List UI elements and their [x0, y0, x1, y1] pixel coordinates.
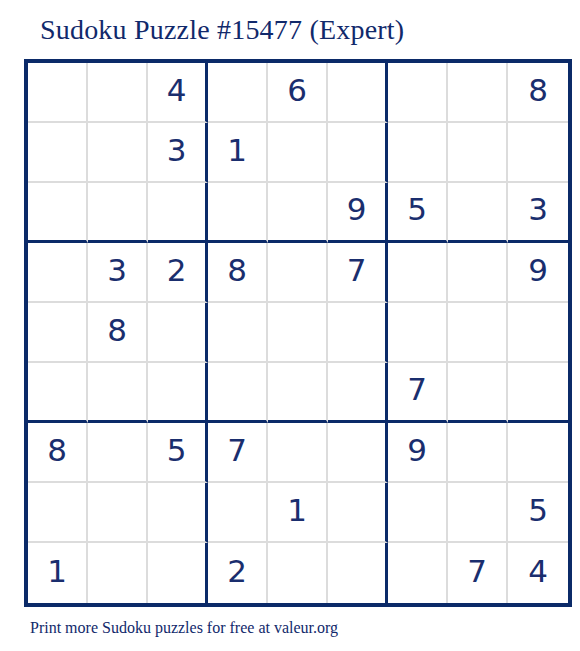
cell-r1c5[interactable]: 6: [268, 63, 328, 123]
cell-r7c7[interactable]: 9: [388, 423, 448, 483]
cell-r8c3[interactable]: [148, 483, 208, 543]
cell-r7c5[interactable]: [268, 423, 328, 483]
cell-r3c6[interactable]: 9: [328, 183, 388, 243]
cell-r5c8[interactable]: [448, 303, 508, 363]
cell-r6c2[interactable]: [88, 363, 148, 423]
cell-r5c2[interactable]: 8: [88, 303, 148, 363]
cell-r2c8[interactable]: [448, 123, 508, 183]
cell-r1c8[interactable]: [448, 63, 508, 123]
cell-r8c9[interactable]: 5: [508, 483, 568, 543]
cell-r6c9[interactable]: [508, 363, 568, 423]
cell-r2c3[interactable]: 3: [148, 123, 208, 183]
cell-r9c3[interactable]: [148, 543, 208, 603]
cell-r5c3[interactable]: [148, 303, 208, 363]
cell-r7c6[interactable]: [328, 423, 388, 483]
cell-r9c4[interactable]: 2: [208, 543, 268, 603]
cell-r8c8[interactable]: [448, 483, 508, 543]
cell-r6c5[interactable]: [268, 363, 328, 423]
cell-r8c7[interactable]: [388, 483, 448, 543]
cell-r8c4[interactable]: [208, 483, 268, 543]
cell-r7c8[interactable]: [448, 423, 508, 483]
cell-r3c9[interactable]: 3: [508, 183, 568, 243]
cell-r9c9[interactable]: 4: [508, 543, 568, 603]
cell-r8c5[interactable]: 1: [268, 483, 328, 543]
cell-r4c3[interactable]: 2: [148, 243, 208, 303]
cell-r5c9[interactable]: [508, 303, 568, 363]
cell-r9c6[interactable]: [328, 543, 388, 603]
cell-r6c6[interactable]: [328, 363, 388, 423]
cell-r5c7[interactable]: [388, 303, 448, 363]
cell-r5c5[interactable]: [268, 303, 328, 363]
cell-r3c5[interactable]: [268, 183, 328, 243]
cell-r2c7[interactable]: [388, 123, 448, 183]
cell-r7c4[interactable]: 7: [208, 423, 268, 483]
cell-r2c2[interactable]: [88, 123, 148, 183]
sudoku-board: 4683195332879878579151274: [24, 59, 572, 607]
cell-r6c4[interactable]: [208, 363, 268, 423]
cell-r1c3[interactable]: 4: [148, 63, 208, 123]
cell-r8c2[interactable]: [88, 483, 148, 543]
cell-r3c3[interactable]: [148, 183, 208, 243]
cell-r9c8[interactable]: 7: [448, 543, 508, 603]
cell-r3c1[interactable]: [28, 183, 88, 243]
cell-r8c1[interactable]: [28, 483, 88, 543]
cell-r6c3[interactable]: [148, 363, 208, 423]
cell-r9c1[interactable]: 1: [28, 543, 88, 603]
cell-r5c6[interactable]: [328, 303, 388, 363]
cell-r4c6[interactable]: 7: [328, 243, 388, 303]
cell-r6c7[interactable]: 7: [388, 363, 448, 423]
cell-r7c3[interactable]: 5: [148, 423, 208, 483]
cell-r1c7[interactable]: [388, 63, 448, 123]
cell-r8c6[interactable]: [328, 483, 388, 543]
cell-r5c1[interactable]: [28, 303, 88, 363]
footer-text: Print more Sudoku puzzles for free at va…: [30, 619, 580, 637]
cell-r3c7[interactable]: 5: [388, 183, 448, 243]
cell-r3c2[interactable]: [88, 183, 148, 243]
cell-r2c1[interactable]: [28, 123, 88, 183]
cell-r4c4[interactable]: 8: [208, 243, 268, 303]
cell-r9c5[interactable]: [268, 543, 328, 603]
cell-r2c4[interactable]: 1: [208, 123, 268, 183]
cell-r3c8[interactable]: [448, 183, 508, 243]
cell-r6c1[interactable]: [28, 363, 88, 423]
page-title: Sudoku Puzzle #15477 (Expert): [40, 14, 580, 46]
cell-r4c8[interactable]: [448, 243, 508, 303]
cell-r9c2[interactable]: [88, 543, 148, 603]
cell-r4c5[interactable]: [268, 243, 328, 303]
cell-r7c2[interactable]: [88, 423, 148, 483]
cell-r5c4[interactable]: [208, 303, 268, 363]
cell-r1c6[interactable]: [328, 63, 388, 123]
cell-r1c2[interactable]: [88, 63, 148, 123]
cell-r1c4[interactable]: [208, 63, 268, 123]
cell-r2c5[interactable]: [268, 123, 328, 183]
cell-r2c6[interactable]: [328, 123, 388, 183]
cell-r7c9[interactable]: [508, 423, 568, 483]
cell-r4c1[interactable]: [28, 243, 88, 303]
cell-r6c8[interactable]: [448, 363, 508, 423]
cell-r1c9[interactable]: 8: [508, 63, 568, 123]
cell-r1c1[interactable]: [28, 63, 88, 123]
cell-r7c1[interactable]: 8: [28, 423, 88, 483]
cell-r4c7[interactable]: [388, 243, 448, 303]
cell-r4c9[interactable]: 9: [508, 243, 568, 303]
cell-r2c9[interactable]: [508, 123, 568, 183]
cell-r3c4[interactable]: [208, 183, 268, 243]
cell-r4c2[interactable]: 3: [88, 243, 148, 303]
cell-r9c7[interactable]: [388, 543, 448, 603]
